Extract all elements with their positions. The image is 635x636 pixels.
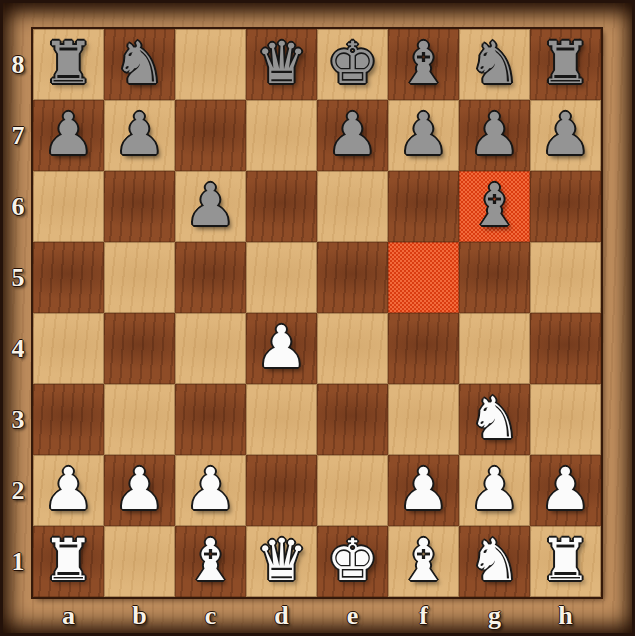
white-pawn-g2[interactable]: ♟ xyxy=(469,454,521,525)
square-a7[interactable]: ♟ xyxy=(33,100,104,171)
rank-label-5: 5 xyxy=(12,263,25,293)
square-b2[interactable]: ♟ xyxy=(104,455,175,526)
square-g8[interactable]: ♞ xyxy=(459,29,530,100)
black-pawn-c6[interactable]: ♟ xyxy=(185,170,237,241)
square-d2[interactable] xyxy=(246,455,317,526)
square-d7[interactable] xyxy=(246,100,317,171)
square-d8[interactable]: ♛ xyxy=(246,29,317,100)
square-c6[interactable]: ♟ xyxy=(175,171,246,242)
board: ♜♞♛♚♝♞♜♟♟♟♟♟♟♟♝♟♞♟♟♟♟♟♟♜♝♛♚♝♞♜ xyxy=(33,29,601,597)
square-b4[interactable] xyxy=(104,313,175,384)
square-f1[interactable]: ♝ xyxy=(388,526,459,597)
square-f2[interactable]: ♟ xyxy=(388,455,459,526)
white-pawn-h2[interactable]: ♟ xyxy=(540,454,592,525)
file-label-c: c xyxy=(205,601,217,631)
square-f7[interactable]: ♟ xyxy=(388,100,459,171)
square-a8[interactable]: ♜ xyxy=(33,29,104,100)
file-label-h: h xyxy=(558,601,572,631)
black-pawn-g7[interactable]: ♟ xyxy=(469,99,521,170)
white-pawn-d4[interactable]: ♟ xyxy=(256,312,308,383)
square-c8[interactable] xyxy=(175,29,246,100)
white-pawn-c2[interactable]: ♟ xyxy=(185,454,237,525)
white-rook-a1[interactable]: ♜ xyxy=(43,525,95,596)
black-bishop-g6[interactable]: ♝ xyxy=(469,170,521,241)
square-h8[interactable]: ♜ xyxy=(530,29,601,100)
rank-label-1: 1 xyxy=(12,547,25,577)
square-b8[interactable]: ♞ xyxy=(104,29,175,100)
black-pawn-a7[interactable]: ♟ xyxy=(43,99,95,170)
rank-label-4: 4 xyxy=(12,334,25,364)
square-g1[interactable]: ♞ xyxy=(459,526,530,597)
square-g7[interactable]: ♟ xyxy=(459,100,530,171)
square-h5[interactable] xyxy=(530,242,601,313)
white-king-e1[interactable]: ♚ xyxy=(327,525,379,596)
black-pawn-h7[interactable]: ♟ xyxy=(540,99,592,170)
square-h3[interactable] xyxy=(530,384,601,455)
black-pawn-e7[interactable]: ♟ xyxy=(327,99,379,170)
square-b6[interactable] xyxy=(104,171,175,242)
file-labels: abcdefgh xyxy=(33,597,601,635)
black-rook-a8[interactable]: ♜ xyxy=(43,28,95,99)
square-f8[interactable]: ♝ xyxy=(388,29,459,100)
square-h7[interactable]: ♟ xyxy=(530,100,601,171)
square-a4[interactable] xyxy=(33,313,104,384)
square-e6[interactable] xyxy=(317,171,388,242)
square-c4[interactable] xyxy=(175,313,246,384)
square-e5[interactable] xyxy=(317,242,388,313)
square-g3[interactable]: ♞ xyxy=(459,384,530,455)
square-c3[interactable] xyxy=(175,384,246,455)
square-e8[interactable]: ♚ xyxy=(317,29,388,100)
square-a5[interactable] xyxy=(33,242,104,313)
black-king-e8[interactable]: ♚ xyxy=(327,28,379,99)
square-e2[interactable] xyxy=(317,455,388,526)
file-label-f: f xyxy=(419,601,428,631)
rank-label-2: 2 xyxy=(12,476,25,506)
rank-label-8: 8 xyxy=(12,50,25,80)
square-a3[interactable] xyxy=(33,384,104,455)
square-a1[interactable]: ♜ xyxy=(33,526,104,597)
square-h1[interactable]: ♜ xyxy=(530,526,601,597)
white-pawn-f2[interactable]: ♟ xyxy=(398,454,450,525)
black-pawn-f7[interactable]: ♟ xyxy=(398,99,450,170)
white-pawn-a2[interactable]: ♟ xyxy=(43,454,95,525)
black-knight-g8[interactable]: ♞ xyxy=(469,28,521,99)
chess-board-window: 87654321 abcdefgh ♜♞♛♚♝♞♜♟♟♟♟♟♟♟♝♟♞♟♟♟♟♟… xyxy=(0,0,635,636)
white-pawn-b2[interactable]: ♟ xyxy=(114,454,166,525)
white-bishop-c1[interactable]: ♝ xyxy=(185,525,237,596)
square-c1[interactable]: ♝ xyxy=(175,526,246,597)
file-label-d: d xyxy=(274,601,288,631)
square-d6[interactable] xyxy=(246,171,317,242)
rank-labels: 87654321 xyxy=(3,29,33,597)
square-h4[interactable] xyxy=(530,313,601,384)
white-knight-g1[interactable]: ♞ xyxy=(469,525,521,596)
square-h2[interactable]: ♟ xyxy=(530,455,601,526)
white-knight-g3[interactable]: ♞ xyxy=(469,383,521,454)
square-e4[interactable] xyxy=(317,313,388,384)
black-rook-h8[interactable]: ♜ xyxy=(540,28,592,99)
black-bishop-f8[interactable]: ♝ xyxy=(398,28,450,99)
file-label-a: a xyxy=(62,601,75,631)
square-f4[interactable] xyxy=(388,313,459,384)
square-a6[interactable] xyxy=(33,171,104,242)
black-knight-b8[interactable]: ♞ xyxy=(114,28,166,99)
square-d1[interactable]: ♛ xyxy=(246,526,317,597)
square-c2[interactable]: ♟ xyxy=(175,455,246,526)
square-b7[interactable]: ♟ xyxy=(104,100,175,171)
square-g5[interactable] xyxy=(459,242,530,313)
black-pawn-b7[interactable]: ♟ xyxy=(114,99,166,170)
file-label-b: b xyxy=(132,601,146,631)
square-b3[interactable] xyxy=(104,384,175,455)
square-c5[interactable] xyxy=(175,242,246,313)
square-f6[interactable] xyxy=(388,171,459,242)
white-queen-d1[interactable]: ♛ xyxy=(256,525,308,596)
rank-label-6: 6 xyxy=(12,192,25,222)
square-e1[interactable]: ♚ xyxy=(317,526,388,597)
white-bishop-f1[interactable]: ♝ xyxy=(398,525,450,596)
square-e7[interactable]: ♟ xyxy=(317,100,388,171)
square-f3[interactable] xyxy=(388,384,459,455)
rank-label-7: 7 xyxy=(12,121,25,151)
square-h6[interactable] xyxy=(530,171,601,242)
square-g4[interactable] xyxy=(459,313,530,384)
square-b1[interactable] xyxy=(104,526,175,597)
square-g6[interactable]: ♝ xyxy=(459,171,530,242)
square-g2[interactable]: ♟ xyxy=(459,455,530,526)
square-b5[interactable] xyxy=(104,242,175,313)
square-a2[interactable]: ♟ xyxy=(33,455,104,526)
rank-label-3: 3 xyxy=(12,405,25,435)
black-queen-d8[interactable]: ♛ xyxy=(256,28,308,99)
white-rook-h1[interactable]: ♜ xyxy=(540,525,592,596)
square-f5[interactable] xyxy=(388,242,459,313)
square-c7[interactable] xyxy=(175,100,246,171)
square-e3[interactable] xyxy=(317,384,388,455)
file-label-e: e xyxy=(347,601,359,631)
file-label-g: g xyxy=(488,601,501,631)
square-d4[interactable]: ♟ xyxy=(246,313,317,384)
square-d5[interactable] xyxy=(246,242,317,313)
square-d3[interactable] xyxy=(246,384,317,455)
